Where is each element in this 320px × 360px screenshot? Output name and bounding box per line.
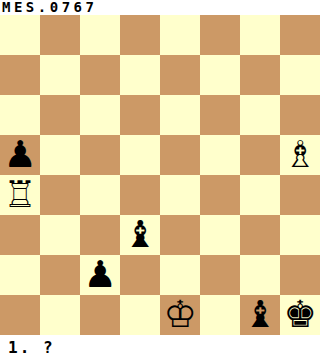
- square-h3[interactable]: [280, 215, 320, 255]
- square-c7[interactable]: [80, 55, 120, 95]
- square-a8[interactable]: [0, 15, 40, 55]
- chess-board: ♟♗♖♝♟♔♝♚: [0, 15, 320, 335]
- square-a4[interactable]: ♖: [0, 175, 40, 215]
- square-b1[interactable]: [40, 295, 80, 335]
- square-f2[interactable]: [200, 255, 240, 295]
- square-a2[interactable]: [0, 255, 40, 295]
- square-c3[interactable]: [80, 215, 120, 255]
- square-d4[interactable]: [120, 175, 160, 215]
- square-g7[interactable]: [240, 55, 280, 95]
- piece-white-king-e1[interactable]: ♔: [163, 295, 196, 335]
- square-h6[interactable]: [280, 95, 320, 135]
- piece-black-bishop-d3[interactable]: ♝: [123, 215, 156, 255]
- square-c8[interactable]: [80, 15, 120, 55]
- square-d1[interactable]: [120, 295, 160, 335]
- square-e6[interactable]: [160, 95, 200, 135]
- piece-black-king-h1[interactable]: ♚: [283, 295, 316, 335]
- square-e3[interactable]: [160, 215, 200, 255]
- square-g8[interactable]: [240, 15, 280, 55]
- square-g3[interactable]: [240, 215, 280, 255]
- square-f7[interactable]: [200, 55, 240, 95]
- square-h7[interactable]: [280, 55, 320, 95]
- square-c5[interactable]: [80, 135, 120, 175]
- square-b5[interactable]: [40, 135, 80, 175]
- square-f4[interactable]: [200, 175, 240, 215]
- piece-white-bishop-h5[interactable]: ♗: [283, 135, 316, 175]
- square-b7[interactable]: [40, 55, 80, 95]
- square-e7[interactable]: [160, 55, 200, 95]
- piece-black-pawn-c2[interactable]: ♟: [83, 255, 116, 295]
- square-g2[interactable]: [240, 255, 280, 295]
- square-d5[interactable]: [120, 135, 160, 175]
- square-c1[interactable]: [80, 295, 120, 335]
- move-prompt: 1. ?: [0, 335, 320, 360]
- square-b6[interactable]: [40, 95, 80, 135]
- square-c6[interactable]: [80, 95, 120, 135]
- square-e4[interactable]: [160, 175, 200, 215]
- chess-puzzle-window: MES.0767 ♟♗♖♝♟♔♝♚ 1. ?: [0, 0, 320, 360]
- piece-black-pawn-a5[interactable]: ♟: [3, 135, 36, 175]
- square-h1[interactable]: ♚: [280, 295, 320, 335]
- square-e1[interactable]: ♔: [160, 295, 200, 335]
- square-d6[interactable]: [120, 95, 160, 135]
- puzzle-id: MES.0767: [0, 0, 320, 15]
- square-h4[interactable]: [280, 175, 320, 215]
- square-b3[interactable]: [40, 215, 80, 255]
- square-b2[interactable]: [40, 255, 80, 295]
- square-f1[interactable]: [200, 295, 240, 335]
- square-g1[interactable]: ♝: [240, 295, 280, 335]
- square-e8[interactable]: [160, 15, 200, 55]
- square-a3[interactable]: [0, 215, 40, 255]
- square-c2[interactable]: ♟: [80, 255, 120, 295]
- square-c4[interactable]: [80, 175, 120, 215]
- square-a6[interactable]: [0, 95, 40, 135]
- square-f3[interactable]: [200, 215, 240, 255]
- square-a5[interactable]: ♟: [0, 135, 40, 175]
- square-g4[interactable]: [240, 175, 280, 215]
- square-d7[interactable]: [120, 55, 160, 95]
- square-b8[interactable]: [40, 15, 80, 55]
- square-d3[interactable]: ♝: [120, 215, 160, 255]
- square-a1[interactable]: [0, 295, 40, 335]
- square-h5[interactable]: ♗: [280, 135, 320, 175]
- square-h2[interactable]: [280, 255, 320, 295]
- square-a7[interactable]: [0, 55, 40, 95]
- square-f5[interactable]: [200, 135, 240, 175]
- square-e5[interactable]: [160, 135, 200, 175]
- piece-white-rook-a4[interactable]: ♖: [3, 175, 36, 215]
- square-e2[interactable]: [160, 255, 200, 295]
- square-f8[interactable]: [200, 15, 240, 55]
- square-g5[interactable]: [240, 135, 280, 175]
- square-f6[interactable]: [200, 95, 240, 135]
- square-d8[interactable]: [120, 15, 160, 55]
- square-g6[interactable]: [240, 95, 280, 135]
- square-d2[interactable]: [120, 255, 160, 295]
- piece-black-bishop-g1[interactable]: ♝: [243, 295, 276, 335]
- square-b4[interactable]: [40, 175, 80, 215]
- square-h8[interactable]: [280, 15, 320, 55]
